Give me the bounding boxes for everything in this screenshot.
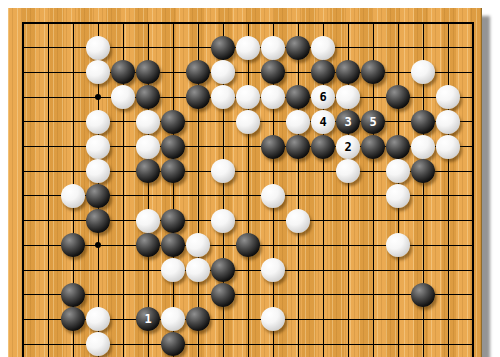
black-stone	[136, 85, 160, 109]
black-stone	[186, 60, 210, 84]
black-stone	[161, 110, 185, 134]
go-board[interactable]: 643521	[8, 8, 482, 357]
white-stone	[236, 110, 260, 134]
white-stone	[436, 110, 460, 134]
move-1-black-stone: 1	[136, 307, 160, 331]
black-stone	[261, 135, 285, 159]
white-stone	[86, 159, 110, 183]
move-6-white-stone: 6	[311, 85, 335, 109]
black-stone	[186, 85, 210, 109]
white-stone	[261, 36, 285, 60]
move-4-white-stone: 4	[311, 110, 335, 134]
white-stone	[436, 85, 460, 109]
white-stone	[211, 159, 235, 183]
white-stone	[211, 60, 235, 84]
black-stone	[386, 85, 410, 109]
grid-line-vertical-0	[22, 23, 24, 357]
grid-line-vertical-11	[298, 23, 299, 357]
white-stone	[111, 85, 135, 109]
black-stone	[386, 135, 410, 159]
white-stone	[336, 159, 360, 183]
black-stone	[411, 159, 435, 183]
white-stone	[186, 233, 210, 257]
white-stone	[286, 110, 310, 134]
black-stone	[411, 110, 435, 134]
black-stone	[161, 209, 185, 233]
move-3-black-stone: 3	[336, 110, 360, 134]
star-point	[95, 94, 101, 100]
white-stone	[86, 60, 110, 84]
white-stone	[211, 209, 235, 233]
white-stone	[61, 184, 85, 208]
white-stone	[86, 307, 110, 331]
black-stone	[286, 36, 310, 60]
white-stone	[211, 85, 235, 109]
black-stone	[211, 258, 235, 282]
black-stone	[86, 209, 110, 233]
black-stone	[136, 233, 160, 257]
grid-line-horizontal-10	[22, 270, 474, 271]
white-stone	[386, 184, 410, 208]
black-stone	[286, 135, 310, 159]
white-stone	[311, 36, 335, 60]
black-stone	[361, 135, 385, 159]
white-stone	[86, 135, 110, 159]
white-stone	[261, 307, 285, 331]
white-stone	[261, 258, 285, 282]
white-stone	[136, 209, 160, 233]
white-stone	[286, 209, 310, 233]
white-stone	[411, 135, 435, 159]
black-stone	[311, 60, 335, 84]
white-stone	[161, 258, 185, 282]
black-stone	[211, 36, 235, 60]
grid-line-horizontal-11	[22, 294, 474, 295]
black-stone	[61, 283, 85, 307]
move-2-white-stone: 2	[336, 135, 360, 159]
white-stone	[86, 110, 110, 134]
black-stone	[411, 283, 435, 307]
grid-line-horizontal-0	[22, 22, 474, 24]
white-stone	[236, 85, 260, 109]
black-stone	[161, 233, 185, 257]
white-stone	[386, 159, 410, 183]
white-stone	[436, 135, 460, 159]
black-stone	[161, 135, 185, 159]
black-stone	[86, 184, 110, 208]
black-stone	[161, 332, 185, 356]
white-stone	[86, 36, 110, 60]
screenshot-frame: 643521	[0, 0, 500, 357]
black-stone	[111, 60, 135, 84]
white-stone	[261, 184, 285, 208]
black-stone	[261, 60, 285, 84]
black-stone	[136, 60, 160, 84]
black-stone	[61, 307, 85, 331]
white-stone	[86, 332, 110, 356]
black-stone	[361, 60, 385, 84]
white-stone	[386, 233, 410, 257]
black-stone	[61, 233, 85, 257]
black-stone	[161, 159, 185, 183]
black-stone	[311, 135, 335, 159]
white-stone	[136, 110, 160, 134]
move-5-black-stone: 5	[361, 110, 385, 134]
grid-line-vertical-1	[48, 23, 49, 357]
black-stone	[336, 60, 360, 84]
black-stone	[286, 85, 310, 109]
grid-line-vertical-17	[448, 23, 449, 357]
white-stone	[236, 36, 260, 60]
grid-line-vertical-18	[472, 23, 474, 357]
star-point	[95, 242, 101, 248]
grid-line-vertical-9	[248, 23, 249, 357]
white-stone	[411, 60, 435, 84]
black-stone	[211, 283, 235, 307]
white-stone	[261, 85, 285, 109]
black-stone	[186, 307, 210, 331]
black-stone	[236, 233, 260, 257]
white-stone	[136, 135, 160, 159]
white-stone	[336, 85, 360, 109]
white-stone	[186, 258, 210, 282]
white-stone	[161, 307, 185, 331]
black-stone	[136, 159, 160, 183]
